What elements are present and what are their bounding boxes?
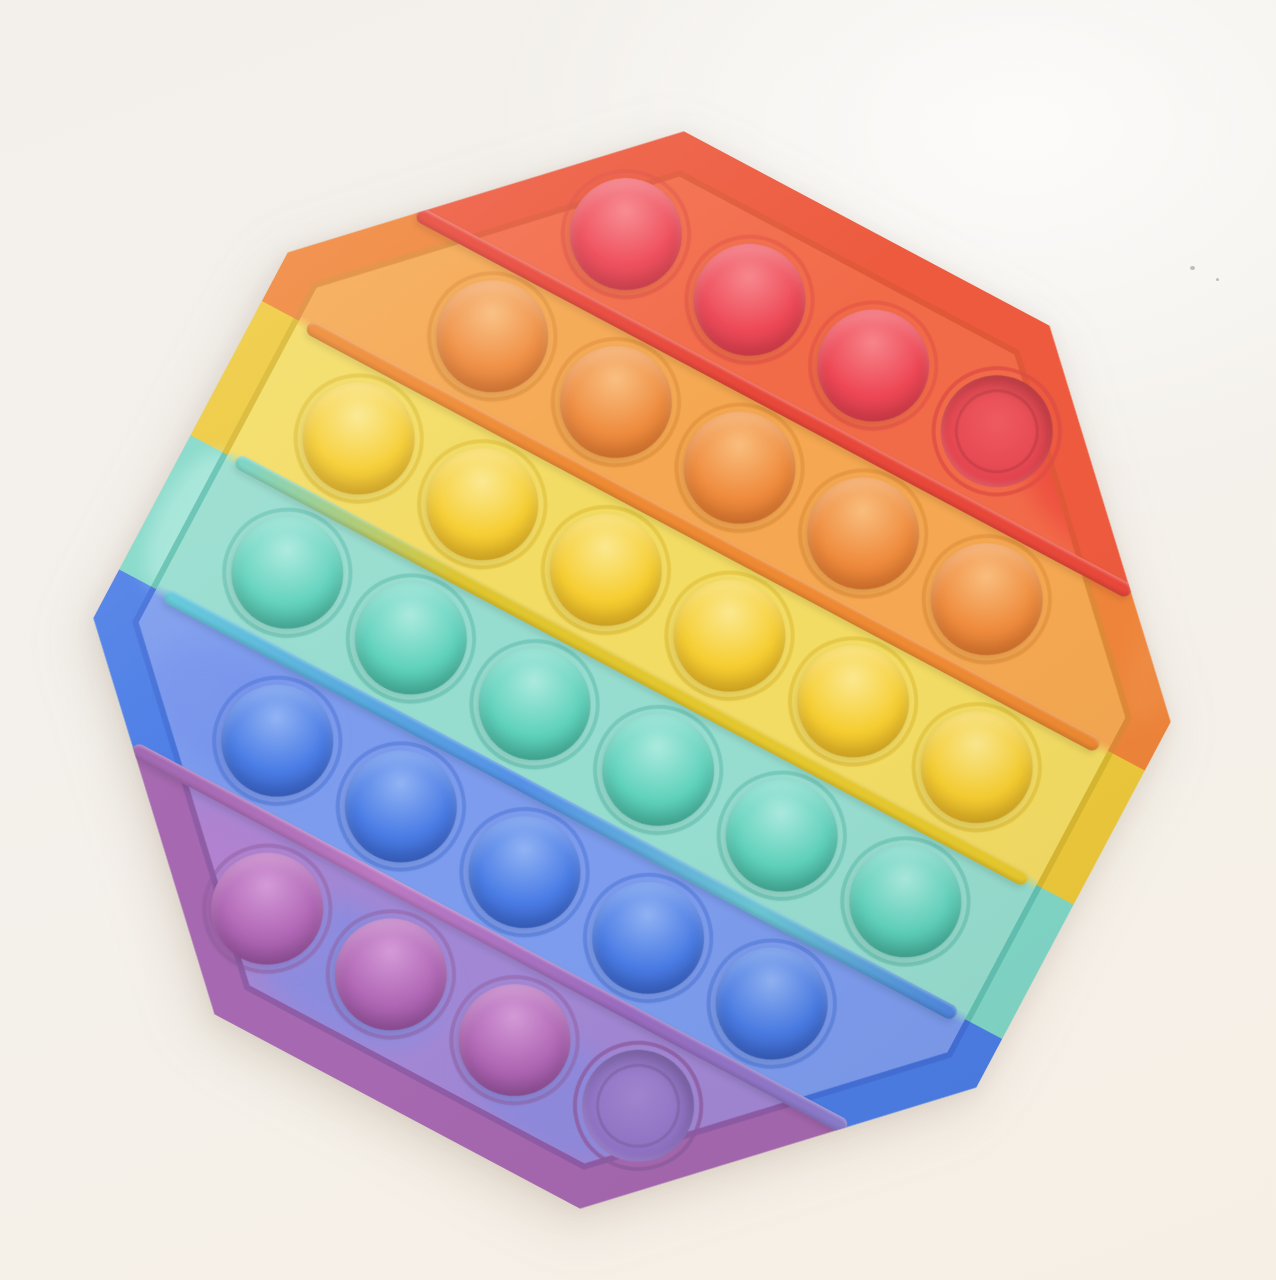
- marble-blob-orange: [1098, 364, 1276, 531]
- bubble-dome: [202, 665, 353, 816]
- pop-it-toy: [0, 0, 1276, 1280]
- bubble-dome: [540, 326, 691, 477]
- bubble-dome: [829, 826, 980, 977]
- bubble-dome: [315, 898, 466, 1049]
- bubble-dome: [407, 428, 558, 579]
- bubble-dome: [572, 862, 723, 1013]
- bubble-dome: [654, 560, 805, 711]
- photo-scene: [0, 0, 1276, 1280]
- bubble-dome: [706, 760, 857, 911]
- bubble-dome: [283, 363, 434, 514]
- bubble-dome: [778, 625, 929, 776]
- bubble-grid: [13, 51, 1252, 1280]
- bubble-dome: [439, 964, 590, 1115]
- bubble-dome: [417, 261, 568, 412]
- bubble-pressed-surface: [921, 356, 1072, 507]
- bubble-dome: [325, 731, 476, 882]
- bubble-dome: [211, 497, 362, 648]
- bubble-dome: [901, 691, 1052, 842]
- dust-speck: [1190, 266, 1195, 270]
- toy-rim: [0, 0, 1276, 1280]
- bubble-dome: [335, 563, 486, 714]
- bubble-dome: [530, 494, 681, 645]
- bubble-dome: [550, 159, 701, 310]
- bubble-dome: [696, 928, 847, 1079]
- dust-speck: [1216, 278, 1219, 281]
- bubble-dome: [449, 796, 600, 947]
- bubble-dome: [797, 290, 948, 441]
- bubble-dome: [674, 224, 825, 375]
- bubble-dome: [787, 458, 938, 609]
- bubble-dome: [911, 524, 1062, 675]
- bubble-dome: [192, 833, 343, 984]
- bubble-pressed-surface: [562, 1030, 713, 1181]
- bubble-dome: [664, 392, 815, 543]
- bubble-dome: [459, 629, 610, 780]
- bubble-dome: [582, 695, 733, 846]
